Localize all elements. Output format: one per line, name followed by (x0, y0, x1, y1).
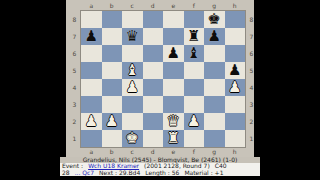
black-queen: ♛ (122, 28, 143, 45)
coord-label-2: 2 (70, 113, 79, 130)
coord-label-7: 7 (70, 28, 79, 45)
coord-label-a: a (81, 148, 102, 156)
square-e3 (163, 96, 184, 113)
square-b3 (102, 96, 123, 113)
square-e8 (163, 11, 184, 28)
white-rook: ♜ (163, 130, 184, 147)
board-panel: abcdefgh abcdefgh 87654321 87654321 ♚♟♛♜… (66, 0, 254, 157)
square-a3 (81, 96, 102, 113)
square-f5 (184, 62, 205, 79)
white-queen: ♛ (163, 113, 184, 130)
coord-label-6: 6 (70, 45, 79, 62)
square-g3 (204, 96, 225, 113)
square-a6 (81, 45, 102, 62)
square-a5 (81, 62, 102, 79)
coord-label-3: 3 (70, 96, 79, 113)
coord-label-8: 8 (70, 11, 79, 28)
square-e6: ♟ (163, 45, 184, 62)
coord-label-b: b (102, 2, 123, 10)
caption-bar: Grandelius, Nils (2545) - Blomqvist, Be … (60, 157, 260, 176)
square-h8 (225, 11, 246, 28)
square-f6: ♝ (184, 45, 205, 62)
black-rook: ♜ (184, 28, 205, 45)
chess-board: ♚♟♛♜♟♟♝♝♟♟♟♟♟♛♟♚♜ (81, 11, 245, 147)
coord-label-a: a (81, 2, 102, 10)
coord-label-h: h (225, 2, 246, 10)
file-labels-bottom: abcdefgh (81, 148, 245, 156)
square-h6 (225, 45, 246, 62)
square-d1 (143, 130, 164, 147)
square-d6 (143, 45, 164, 62)
coord-label-c: c (122, 148, 143, 156)
next-move: Next : 29.Bd4 (99, 169, 140, 176)
game-length: Length : 56 (145, 169, 179, 176)
square-d7 (143, 28, 164, 45)
square-g1 (204, 130, 225, 147)
coord-label-5: 5 (70, 62, 79, 79)
square-a7: ♟ (81, 28, 102, 45)
coord-label-g: g (204, 2, 225, 10)
square-d2 (143, 113, 164, 130)
square-b5 (102, 62, 123, 79)
black-king: ♚ (204, 11, 225, 28)
square-d8 (143, 11, 164, 28)
square-f8 (184, 11, 205, 28)
square-e1: ♜ (163, 130, 184, 147)
square-c6 (122, 45, 143, 62)
square-e4 (163, 79, 184, 96)
last-move-link: ... Qc7 (75, 169, 94, 176)
white-pawn: ♟ (184, 113, 205, 130)
coord-label-8: 8 (247, 11, 256, 28)
square-f7: ♜ (184, 28, 205, 45)
square-c7: ♛ (122, 28, 143, 45)
material-count: Material : +1 (184, 169, 223, 176)
coord-label-6: 6 (247, 45, 256, 62)
square-g8: ♚ (204, 11, 225, 28)
status-line: 28... Qc7Next : 29.Bd4Length : 56Materia… (62, 170, 260, 177)
coord-label-c: c (122, 2, 143, 10)
square-f4 (184, 79, 205, 96)
square-b7 (102, 28, 123, 45)
white-pawn: ♟ (81, 113, 102, 130)
square-g5 (204, 62, 225, 79)
coord-label-b: b (102, 148, 123, 156)
video-frame: abcdefgh abcdefgh 87654321 87654321 ♚♟♛♜… (0, 0, 320, 180)
square-g7: ♟ (204, 28, 225, 45)
coord-label-d: d (143, 148, 164, 156)
square-e2: ♛ (163, 113, 184, 130)
coord-label-e: e (163, 148, 184, 156)
square-b4 (102, 79, 123, 96)
square-a8 (81, 11, 102, 28)
black-pawn: ♟ (163, 45, 184, 62)
square-b1 (102, 130, 123, 147)
square-f1 (184, 130, 205, 147)
square-g4 (204, 79, 225, 96)
square-c2 (122, 113, 143, 130)
square-e7 (163, 28, 184, 45)
white-bishop: ♝ (122, 62, 143, 79)
game-info-panel: Event :Wch U18 Kramer(2001 2128, Round 7… (60, 163, 260, 176)
square-g2 (204, 113, 225, 130)
coord-label-e: e (163, 2, 184, 10)
coord-label-4: 4 (70, 79, 79, 96)
square-f3 (184, 96, 205, 113)
square-d3 (143, 96, 164, 113)
white-pawn: ♟ (122, 79, 143, 96)
square-e5 (163, 62, 184, 79)
white-king: ♚ (122, 130, 143, 147)
square-c4: ♟ (122, 79, 143, 96)
square-a2: ♟ (81, 113, 102, 130)
square-b2: ♟ (102, 113, 123, 130)
square-c5: ♝ (122, 62, 143, 79)
coord-label-d: d (143, 2, 164, 10)
square-b8 (102, 11, 123, 28)
square-d5 (143, 62, 164, 79)
square-a4 (81, 79, 102, 96)
square-d4 (143, 79, 164, 96)
square-h7 (225, 28, 246, 45)
square-a1 (81, 130, 102, 147)
square-c3 (122, 96, 143, 113)
coord-label-1: 1 (70, 130, 79, 147)
coord-label-7: 7 (247, 28, 256, 45)
coord-label-f: f (184, 2, 205, 10)
move-number: 28 (62, 169, 70, 176)
rank-labels-left: 87654321 (70, 11, 79, 147)
square-f2: ♟ (184, 113, 205, 130)
square-c1: ♚ (122, 130, 143, 147)
black-pawn: ♟ (204, 28, 225, 45)
coord-label-g: g (204, 148, 225, 156)
file-labels-top: abcdefgh (81, 2, 245, 10)
square-g6 (204, 45, 225, 62)
black-bishop: ♝ (184, 45, 205, 62)
coord-label-f: f (184, 148, 205, 156)
square-b6 (102, 45, 123, 62)
black-pawn: ♟ (81, 28, 102, 45)
white-pawn: ♟ (102, 113, 123, 130)
square-c8 (122, 11, 143, 28)
